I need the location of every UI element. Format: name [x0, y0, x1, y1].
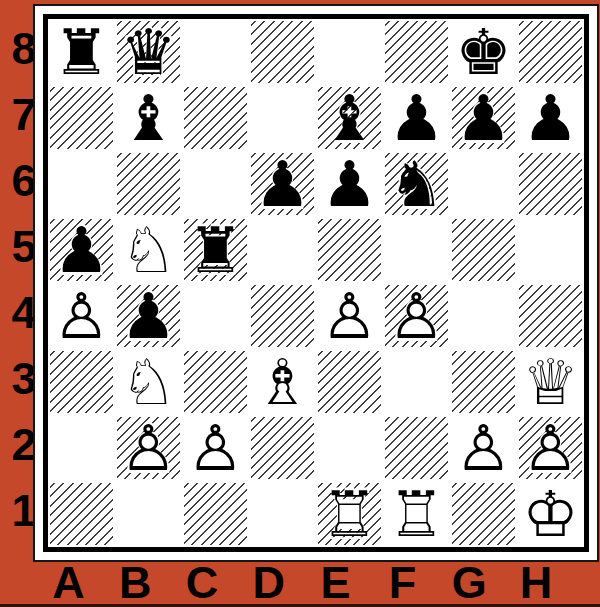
square-a4[interactable]: ♟♙ — [48, 283, 115, 349]
square-a1[interactable] — [48, 481, 115, 547]
piece-glyph: ♟ — [249, 151, 316, 217]
square-b7[interactable]: ♝♝ — [115, 85, 182, 151]
piece-glyph: ♙ — [48, 283, 115, 349]
piece-glyph: ♝ — [316, 85, 383, 151]
piece-white-rook: ♜♖ — [383, 481, 450, 547]
square-g7[interactable]: ♟♟ — [450, 85, 517, 151]
piece-black-pawn: ♟♟ — [115, 283, 182, 349]
piece-glyph: ♟ — [48, 217, 115, 283]
square-d8[interactable] — [249, 19, 316, 85]
square-c5[interactable]: ♜♜ — [182, 217, 249, 283]
piece-black-pawn: ♟♟ — [48, 217, 115, 283]
square-g8[interactable]: ♚♚ — [450, 19, 517, 85]
square-f2[interactable] — [383, 415, 450, 481]
square-f6[interactable]: ♞♞ — [383, 151, 450, 217]
square-h2[interactable]: ♟♙ — [517, 415, 584, 481]
file-label-h: H — [503, 561, 570, 605]
piece-white-rook: ♜♖ — [316, 481, 383, 547]
chess-diagram: 87654321 ♜♜♛♛♚♚♝♝♝♝♟♟♟♟♟♟♟♟♟♟♞♞♟♟♞♘♜♜♟♙♟… — [0, 0, 600, 607]
square-d2[interactable] — [249, 415, 316, 481]
square-a6[interactable] — [48, 151, 115, 217]
square-d3[interactable]: ♝♗ — [249, 349, 316, 415]
piece-glyph: ♘ — [115, 217, 182, 283]
square-e7[interactable]: ♝♝ — [316, 85, 383, 151]
file-label-d: D — [235, 561, 302, 605]
file-label-b: B — [102, 561, 169, 605]
file-label-c: C — [169, 561, 236, 605]
square-h5[interactable] — [517, 217, 584, 283]
piece-white-pawn: ♟♙ — [450, 415, 517, 481]
square-c8[interactable] — [182, 19, 249, 85]
square-f7[interactable]: ♟♟ — [383, 85, 450, 151]
square-e1[interactable]: ♜♖ — [316, 481, 383, 547]
piece-glyph: ♖ — [316, 481, 383, 547]
piece-glyph: ♟ — [450, 85, 517, 151]
piece-white-knight: ♞♘ — [115, 217, 182, 283]
square-d5[interactable] — [249, 217, 316, 283]
square-g4[interactable] — [450, 283, 517, 349]
file-label-g: G — [436, 561, 503, 605]
square-c2[interactable]: ♟♙ — [182, 415, 249, 481]
piece-glyph: ♙ — [316, 283, 383, 349]
piece-glyph: ♘ — [115, 349, 182, 415]
piece-black-bishop: ♝♝ — [316, 85, 383, 151]
square-g6[interactable] — [450, 151, 517, 217]
piece-glyph: ♚ — [450, 19, 517, 85]
square-c7[interactable] — [182, 85, 249, 151]
board-frame: ♜♜♛♛♚♚♝♝♝♝♟♟♟♟♟♟♟♟♟♟♞♞♟♟♞♘♜♜♟♙♟♟♟♙♟♙♞♘♝♗… — [33, 4, 599, 562]
piece-white-pawn: ♟♙ — [115, 415, 182, 481]
square-b3[interactable]: ♞♘ — [115, 349, 182, 415]
square-h1[interactable]: ♚♔ — [517, 481, 584, 547]
square-e2[interactable] — [316, 415, 383, 481]
piece-black-pawn: ♟♟ — [383, 85, 450, 151]
piece-glyph: ♜ — [182, 217, 249, 283]
piece-glyph: ♔ — [517, 481, 584, 547]
square-b2[interactable]: ♟♙ — [115, 415, 182, 481]
piece-black-knight: ♞♞ — [383, 151, 450, 217]
board-border: ♜♜♛♛♚♚♝♝♝♝♟♟♟♟♟♟♟♟♟♟♞♞♟♟♞♘♜♜♟♙♟♟♟♙♟♙♞♘♝♗… — [43, 14, 589, 552]
piece-white-knight: ♞♘ — [115, 349, 182, 415]
square-a2[interactable] — [48, 415, 115, 481]
square-d7[interactable] — [249, 85, 316, 151]
square-h4[interactable] — [517, 283, 584, 349]
piece-white-pawn: ♟♙ — [182, 415, 249, 481]
chess-board: ♜♜♛♛♚♚♝♝♝♝♟♟♟♟♟♟♟♟♟♟♞♞♟♟♞♘♜♜♟♙♟♟♟♙♟♙♞♘♝♗… — [48, 19, 584, 547]
piece-black-rook: ♜♜ — [48, 19, 115, 85]
piece-black-rook: ♜♜ — [182, 217, 249, 283]
piece-black-queen: ♛♛ — [115, 19, 182, 85]
piece-glyph: ♟ — [517, 85, 584, 151]
piece-black-pawn: ♟♟ — [249, 151, 316, 217]
piece-glyph: ♛ — [115, 19, 182, 85]
square-e5[interactable] — [316, 217, 383, 283]
piece-white-pawn: ♟♙ — [383, 283, 450, 349]
piece-white-king: ♚♔ — [517, 481, 584, 547]
piece-black-king: ♚♚ — [450, 19, 517, 85]
piece-white-bishop: ♝♗ — [249, 349, 316, 415]
square-c4[interactable] — [182, 283, 249, 349]
square-a3[interactable] — [48, 349, 115, 415]
piece-white-pawn: ♟♙ — [48, 283, 115, 349]
square-d6[interactable]: ♟♟ — [249, 151, 316, 217]
square-d4[interactable] — [249, 283, 316, 349]
piece-white-queen: ♛♕ — [517, 349, 584, 415]
square-h7[interactable]: ♟♟ — [517, 85, 584, 151]
square-c3[interactable] — [182, 349, 249, 415]
square-e6[interactable]: ♟♟ — [316, 151, 383, 217]
piece-glyph: ♞ — [383, 151, 450, 217]
square-h8[interactable] — [517, 19, 584, 85]
piece-glyph: ♟ — [383, 85, 450, 151]
file-labels-row: ABCDEFGH — [35, 561, 569, 605]
piece-glyph: ♙ — [517, 415, 584, 481]
piece-black-pawn: ♟♟ — [316, 151, 383, 217]
square-f4[interactable]: ♟♙ — [383, 283, 450, 349]
piece-glyph: ♟ — [316, 151, 383, 217]
square-e8[interactable] — [316, 19, 383, 85]
piece-glyph: ♝ — [115, 85, 182, 151]
square-b8[interactable]: ♛♛ — [115, 19, 182, 85]
square-b6[interactable] — [115, 151, 182, 217]
piece-glyph: ♖ — [383, 481, 450, 547]
square-b5[interactable]: ♞♘ — [115, 217, 182, 283]
piece-glyph: ♙ — [182, 415, 249, 481]
file-label-e: E — [302, 561, 369, 605]
square-f5[interactable] — [383, 217, 450, 283]
piece-glyph: ♜ — [48, 19, 115, 85]
square-f1[interactable]: ♜♖ — [383, 481, 450, 547]
piece-black-pawn: ♟♟ — [450, 85, 517, 151]
piece-glyph: ♟ — [115, 283, 182, 349]
file-label-f: F — [369, 561, 436, 605]
piece-glyph: ♙ — [383, 283, 450, 349]
piece-black-pawn: ♟♟ — [517, 85, 584, 151]
square-a5[interactable]: ♟♟ — [48, 217, 115, 283]
square-d1[interactable] — [249, 481, 316, 547]
square-a7[interactable] — [48, 85, 115, 151]
file-label-a: A — [35, 561, 102, 605]
square-a8[interactable]: ♜♜ — [48, 19, 115, 85]
square-e3[interactable] — [316, 349, 383, 415]
square-c6[interactable] — [182, 151, 249, 217]
square-g2[interactable]: ♟♙ — [450, 415, 517, 481]
square-g1[interactable] — [450, 481, 517, 547]
piece-glyph: ♕ — [517, 349, 584, 415]
square-b4[interactable]: ♟♟ — [115, 283, 182, 349]
square-b1[interactable] — [115, 481, 182, 547]
piece-glyph: ♙ — [450, 415, 517, 481]
piece-white-pawn: ♟♙ — [316, 283, 383, 349]
square-g5[interactable] — [450, 217, 517, 283]
square-h3[interactable]: ♛♕ — [517, 349, 584, 415]
square-f8[interactable] — [383, 19, 450, 85]
piece-glyph: ♗ — [249, 349, 316, 415]
square-g3[interactable] — [450, 349, 517, 415]
square-h6[interactable] — [517, 151, 584, 217]
square-c1[interactable] — [182, 481, 249, 547]
piece-glyph: ♙ — [115, 415, 182, 481]
square-f3[interactable] — [383, 349, 450, 415]
piece-white-pawn: ♟♙ — [517, 415, 584, 481]
piece-black-bishop: ♝♝ — [115, 85, 182, 151]
square-e4[interactable]: ♟♙ — [316, 283, 383, 349]
